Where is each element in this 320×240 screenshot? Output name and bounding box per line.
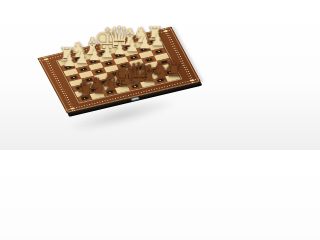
white-pawn[interactable]: ♟: [146, 33, 168, 49]
square-a8[interactable]: ♜: [165, 74, 180, 82]
brown-rook[interactable]: ♜: [163, 61, 185, 80]
clasp-icon: [130, 97, 139, 101]
photo-scene: ♜♞♝♚♛♝♞♜♟♟♟♟♟♟♟♟♟♟♟♟♟♟♟♟♜♞♝♚♛♝♞♜: [0, 0, 240, 150]
